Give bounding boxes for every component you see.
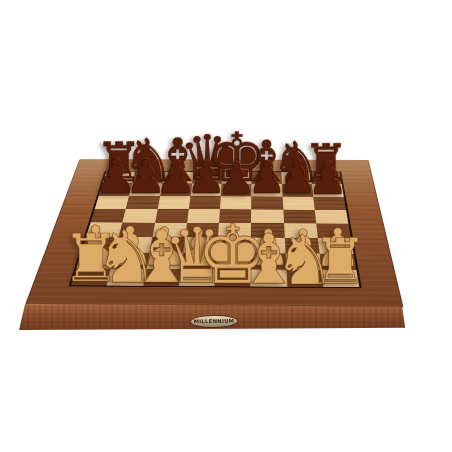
square-g6 [282, 196, 314, 209]
square-h3 [318, 238, 354, 254]
square-e4 [218, 223, 251, 238]
square-a5 [91, 209, 126, 223]
square-c6 [157, 196, 190, 209]
square-b2 [111, 252, 149, 268]
square-d3 [183, 237, 218, 253]
square-e5 [219, 209, 251, 223]
square-g8 [281, 172, 312, 184]
square-d5 [187, 209, 220, 223]
square-e6 [220, 196, 252, 209]
square-g1 [286, 269, 323, 286]
square-d1 [179, 269, 216, 286]
square-e2 [216, 253, 251, 269]
square-e1 [215, 269, 251, 286]
square-c1 [143, 269, 181, 286]
square-g3 [284, 238, 319, 254]
square-b6 [126, 196, 160, 209]
square-d4 [185, 223, 219, 238]
square-f1 [251, 269, 287, 286]
square-a6 [95, 196, 129, 209]
square-h7 [312, 184, 344, 197]
square-b4 [119, 223, 155, 238]
square-a3 [81, 237, 119, 252]
square-d6 [189, 196, 221, 209]
square-b5 [123, 209, 158, 223]
square-b3 [115, 237, 152, 252]
square-h6 [313, 197, 346, 210]
square-h2 [319, 253, 356, 269]
square-f4 [251, 223, 284, 238]
square-g7 [282, 184, 313, 197]
square-f5 [251, 209, 283, 223]
square-h4 [316, 223, 351, 238]
square-f8 [252, 172, 282, 184]
square-c2 [146, 252, 183, 268]
square-c4 [152, 223, 187, 238]
square-c3 [149, 237, 185, 252]
square-d2 [181, 253, 217, 269]
square-a4 [86, 222, 122, 237]
brand-badge-label: MILLENNIUM [193, 319, 234, 325]
chess-board [25, 159, 403, 307]
square-f2 [251, 253, 286, 269]
square-d8 [192, 172, 223, 184]
square-a1 [71, 268, 111, 285]
square-b8 [132, 172, 164, 184]
square-c8 [162, 172, 193, 184]
square-h5 [314, 210, 348, 224]
square-e8 [222, 172, 252, 184]
square-a8 [103, 171, 136, 183]
square-d7 [190, 184, 221, 197]
square-f3 [251, 238, 285, 254]
square-e3 [217, 238, 251, 254]
square-b1 [107, 268, 146, 285]
square-a2 [76, 252, 115, 268]
board-surface [69, 171, 362, 289]
square-a7 [99, 183, 133, 196]
square-h8 [310, 172, 341, 184]
square-c5 [155, 209, 189, 223]
square-g2 [285, 253, 321, 269]
square-g4 [284, 223, 318, 238]
square-e7 [221, 184, 252, 197]
square-g5 [283, 210, 316, 224]
square-h1 [321, 270, 359, 287]
square-f6 [251, 196, 282, 209]
square-c7 [160, 183, 192, 196]
photo-stage: MILLENNIUM ♜♞♝♛♚♝♞♜♟♟♟♟♟♟♟♟♟♟♟♟♟♟♟♟♜♞♝♛♚… [0, 0, 452, 452]
square-b7 [129, 183, 162, 196]
square-f7 [252, 184, 283, 197]
